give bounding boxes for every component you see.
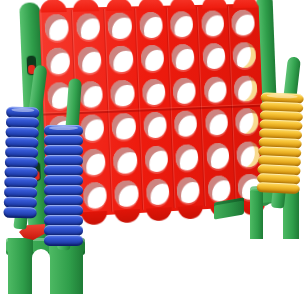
board-hole xyxy=(113,147,137,174)
board-hole xyxy=(115,180,139,207)
board-cell xyxy=(166,7,198,41)
board-hole xyxy=(143,112,167,139)
board-cell xyxy=(168,40,200,74)
board-cell xyxy=(199,39,231,73)
disc-stack xyxy=(257,93,304,194)
board-cell xyxy=(202,138,234,173)
board-hole xyxy=(82,148,106,176)
blue-disc-stack-front xyxy=(3,64,40,237)
board-cell xyxy=(201,105,233,139)
disc-stack xyxy=(44,126,83,246)
board-hole xyxy=(142,78,166,105)
board-hole xyxy=(201,10,224,36)
board-hole xyxy=(203,76,226,103)
board-edge-scallop xyxy=(81,211,108,226)
board-cell xyxy=(40,10,73,45)
blue-disc-stack-rear xyxy=(44,78,83,256)
board-cell xyxy=(229,38,260,72)
board-cell xyxy=(108,109,141,144)
board-cell xyxy=(111,176,144,211)
board-cell xyxy=(137,41,169,75)
board-hole xyxy=(205,109,228,136)
disc-stack xyxy=(3,108,39,219)
board-edge-scallop xyxy=(114,209,140,224)
board-hole xyxy=(80,114,104,141)
board-hole xyxy=(112,113,136,140)
board-cell xyxy=(141,141,173,176)
board-cell xyxy=(142,175,174,210)
board-cell xyxy=(135,8,167,42)
board-hole xyxy=(173,77,197,104)
board-cell xyxy=(172,140,204,175)
giant-connect-four-photo xyxy=(0,0,305,300)
board-hole xyxy=(207,175,230,202)
blue-disc xyxy=(44,235,83,246)
board-cell xyxy=(200,72,232,106)
board-hole xyxy=(202,43,225,70)
board-hole xyxy=(145,145,169,172)
board-hole xyxy=(77,47,101,74)
yellow-disc xyxy=(257,182,300,194)
yellow-disc-stack xyxy=(256,55,305,205)
board-hole xyxy=(175,144,199,171)
board-hole xyxy=(111,79,135,106)
board-hole xyxy=(109,46,133,73)
board-cell xyxy=(228,6,259,40)
board-cell xyxy=(105,42,138,77)
board-hole xyxy=(177,177,201,204)
left-leg-pillar xyxy=(8,238,33,294)
board-hole xyxy=(206,142,229,169)
board-cell xyxy=(72,9,105,44)
board-cell xyxy=(173,173,205,208)
board-cell xyxy=(197,6,229,40)
board-hole xyxy=(141,45,165,72)
board-hole xyxy=(233,42,257,68)
board-cell xyxy=(107,76,140,111)
board-hole xyxy=(139,11,163,38)
board-cell xyxy=(170,107,202,142)
board-hole xyxy=(231,9,255,35)
board-cell xyxy=(169,73,201,107)
board-hole xyxy=(146,179,170,206)
board-hole xyxy=(45,48,70,75)
board-hole xyxy=(83,182,107,210)
board-cell xyxy=(230,71,261,105)
board-hole xyxy=(235,108,259,135)
board-cell xyxy=(139,108,171,143)
board-hole xyxy=(172,44,196,71)
board-hole xyxy=(234,75,258,102)
board-hole xyxy=(170,11,194,38)
board-cell xyxy=(104,8,137,43)
board-hole xyxy=(108,12,132,39)
board-edge-scallop xyxy=(146,207,172,221)
blue-disc xyxy=(3,207,36,219)
board-cell xyxy=(109,143,142,178)
board-cell xyxy=(79,178,112,214)
board-cell xyxy=(138,74,170,109)
right-leg-front-foot xyxy=(214,197,244,219)
board-edge-scallop xyxy=(178,205,204,219)
board-hole xyxy=(76,13,100,40)
board-cell xyxy=(74,43,107,78)
board-hole xyxy=(174,110,198,137)
board-hole xyxy=(44,14,69,41)
